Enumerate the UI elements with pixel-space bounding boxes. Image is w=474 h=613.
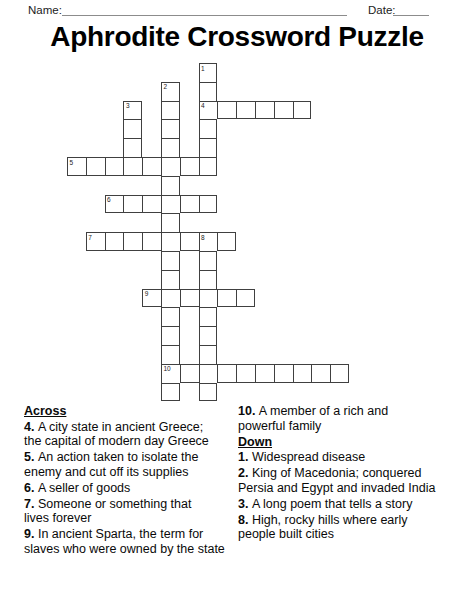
clue-across-9: 9. In ancient Sparta, the term for slave… [24, 527, 236, 556]
grid-cell[interactable] [142, 195, 161, 214]
crossword-grid: 12345678910 [67, 63, 351, 404]
grid-cell[interactable] [199, 345, 218, 364]
clue-number: 5. [24, 450, 38, 464]
grid-cell[interactable] [199, 157, 218, 176]
grid-cell[interactable] [161, 101, 180, 120]
grid-cell[interactable] [161, 307, 180, 326]
grid-cell[interactable] [180, 289, 199, 308]
clue-number: 7. [24, 497, 38, 511]
clue-number: 10. [238, 404, 259, 418]
grid-cell[interactable] [161, 176, 180, 195]
cell-number: 6 [107, 196, 111, 203]
grid-cell[interactable] [161, 326, 180, 345]
grid-cell[interactable] [123, 119, 142, 138]
grid-cell[interactable] [255, 101, 274, 120]
grid-cell[interactable] [274, 364, 293, 383]
across-header: Across [24, 404, 236, 419]
grid-cell[interactable] [311, 364, 330, 383]
grid-cell[interactable] [161, 345, 180, 364]
grid-cell[interactable] [105, 157, 124, 176]
grid-cell[interactable]: 3 [123, 101, 142, 120]
puzzle-title: Aphrodite Crossword Puzzle [0, 21, 474, 53]
grid-cell[interactable]: 9 [142, 289, 161, 308]
cell-number: 2 [164, 83, 168, 90]
grid-cell[interactable] [161, 195, 180, 214]
cell-number: 8 [201, 234, 205, 241]
grid-cell[interactable] [123, 232, 142, 251]
across-clues-column: Across 4. A city state in ancient Greece… [24, 404, 236, 558]
grid-cell[interactable] [236, 289, 255, 308]
clue-across-4: 4. A city state in ancient Greece; the c… [24, 420, 236, 449]
grid-cell[interactable] [142, 157, 161, 176]
grid-cell[interactable] [293, 364, 312, 383]
clue-down-2: 2. King of Macedonia; conquered Persia a… [238, 466, 470, 495]
clue-number: 6. [24, 481, 38, 495]
grid-cell[interactable]: 7 [86, 232, 105, 251]
grid-cell[interactable] [161, 289, 180, 308]
grid-cell[interactable] [142, 232, 161, 251]
grid-cell[interactable] [161, 383, 180, 402]
grid-cell[interactable] [236, 101, 255, 120]
cell-number: 9 [145, 290, 149, 297]
clue-number: 3. [238, 497, 252, 511]
grid-cell[interactable]: 8 [199, 232, 218, 251]
grid-cell[interactable] [199, 289, 218, 308]
grid-cell[interactable] [217, 364, 236, 383]
grid-cell[interactable] [123, 138, 142, 157]
down-header: Down [238, 435, 470, 450]
grid-cell[interactable] [255, 364, 274, 383]
grid-cell[interactable] [161, 157, 180, 176]
grid-cell[interactable]: 1 [199, 63, 218, 82]
grid-cell[interactable]: 2 [161, 82, 180, 101]
grid-cell[interactable] [199, 364, 218, 383]
clue-down-1: 1. Widespread disease [238, 450, 470, 465]
cell-number: 5 [70, 159, 74, 166]
grid-cell[interactable]: 6 [105, 195, 124, 214]
grid-cell[interactable] [161, 232, 180, 251]
clue-down-3: 3. A long poem that tells a story [238, 497, 470, 512]
clue-across-10: 10. A member of a rich and powerful fami… [238, 404, 470, 433]
grid-cell[interactable] [123, 157, 142, 176]
grid-cell[interactable] [123, 195, 142, 214]
clue-number: 2. [238, 466, 252, 480]
grid-cell[interactable] [180, 157, 199, 176]
grid-cell[interactable] [199, 195, 218, 214]
cell-number: 10 [164, 365, 171, 372]
clue-down-8: 8. High, rocky hills where early people … [238, 513, 470, 542]
clue-across-7: 7. Someone or something that lives forev… [24, 497, 236, 526]
grid-cell[interactable] [180, 232, 199, 251]
grid-cell[interactable] [199, 119, 218, 138]
name-label: Name: [28, 4, 62, 16]
grid-cell[interactable] [199, 82, 218, 101]
grid-cell[interactable] [180, 364, 199, 383]
grid-cell[interactable]: 10 [161, 364, 180, 383]
grid-cell[interactable] [217, 289, 236, 308]
grid-cell[interactable] [199, 307, 218, 326]
grid-cell[interactable] [236, 364, 255, 383]
grid-cell[interactable]: 5 [67, 157, 86, 176]
clue-across-6: 6. A seller of goods [24, 481, 236, 496]
clue-number: 4. [24, 420, 38, 434]
clue-number: 1. [238, 450, 252, 464]
clue-number: 8. [238, 513, 252, 527]
grid-cell[interactable] [161, 213, 180, 232]
cell-number: 3 [126, 102, 130, 109]
cell-number: 7 [88, 234, 92, 241]
down-clues-column: 10. A member of a rich and powerful fami… [238, 404, 470, 543]
grid-cell[interactable] [161, 270, 180, 289]
grid-cell[interactable] [161, 119, 180, 138]
clue-across-5: 5. An action taken to isolate the enemy … [24, 450, 236, 479]
grid-cell[interactable]: 4 [199, 101, 218, 120]
worksheet-page: Name: Date: Aphrodite Crossword Puzzle 1… [0, 0, 474, 613]
cell-number: 1 [201, 65, 205, 72]
grid-cell[interactable] [180, 195, 199, 214]
grid-cell[interactable] [293, 101, 312, 120]
grid-cell[interactable] [199, 270, 218, 289]
grid-cell[interactable] [199, 326, 218, 345]
date-blank-line [393, 15, 429, 16]
grid-cell[interactable] [330, 364, 349, 383]
grid-cell[interactable] [161, 251, 180, 270]
grid-cell[interactable] [105, 232, 124, 251]
grid-cell[interactable] [199, 138, 218, 157]
grid-cell[interactable] [217, 101, 236, 120]
name-blank-line [62, 15, 347, 16]
grid-cell[interactable] [161, 138, 180, 157]
grid-cell[interactable] [86, 157, 105, 176]
date-label: Date: [368, 4, 396, 16]
cell-number: 4 [201, 102, 205, 109]
grid-cell[interactable] [199, 251, 218, 270]
clue-number: 9. [24, 527, 38, 541]
grid-cell[interactable] [199, 383, 218, 402]
grid-cell[interactable] [274, 101, 293, 120]
grid-cell[interactable] [217, 232, 236, 251]
